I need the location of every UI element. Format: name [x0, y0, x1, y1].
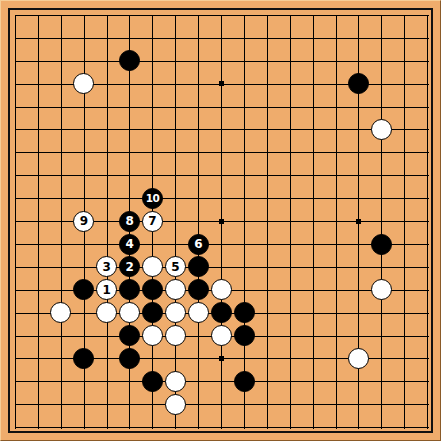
white-stone: [142, 256, 163, 277]
white-stone: [165, 394, 186, 415]
black-stone: [211, 302, 232, 323]
black-stone: [188, 279, 209, 300]
black-stone: [234, 325, 255, 346]
stone-move-10: 10: [142, 188, 163, 209]
black-stone: [119, 50, 140, 71]
stone-move-3: 3: [96, 256, 117, 277]
black-stone: [188, 256, 209, 277]
white-stone: [211, 325, 232, 346]
white-stone: [73, 73, 94, 94]
white-stone: [142, 325, 163, 346]
white-stone: [165, 279, 186, 300]
stone-move-9: 9: [73, 211, 94, 232]
stone-move-1: 1: [96, 279, 117, 300]
white-stone: [119, 302, 140, 323]
black-stone: [73, 348, 94, 369]
white-stone: [165, 371, 186, 392]
stone-move-2: 2: [119, 256, 140, 277]
black-stone: [348, 73, 369, 94]
stone-move-6: 6: [188, 234, 209, 255]
black-stone: [119, 279, 140, 300]
white-stone: [188, 302, 209, 323]
black-stone: [119, 325, 140, 346]
white-stone: [96, 302, 117, 323]
white-stone: [211, 279, 232, 300]
black-stone: [371, 234, 392, 255]
stone-move-5: 5: [165, 256, 186, 277]
black-stone: [142, 279, 163, 300]
black-stone: [119, 348, 140, 369]
stone-move-7: 7: [142, 211, 163, 232]
white-stone: [371, 279, 392, 300]
black-stone: [234, 371, 255, 392]
black-stone: [142, 371, 163, 392]
stone-move-4: 4: [119, 234, 140, 255]
black-stone: [73, 279, 94, 300]
stone-move-8: 8: [119, 211, 140, 232]
white-stone: [165, 325, 186, 346]
white-stone: [348, 348, 369, 369]
white-stone: [371, 119, 392, 140]
white-stone: [165, 302, 186, 323]
black-stone: [142, 302, 163, 323]
go-board: 10987463251: [0, 0, 441, 441]
white-stone: [50, 302, 71, 323]
go-board-stones: 10987463251: [4, 4, 439, 439]
black-stone: [234, 302, 255, 323]
